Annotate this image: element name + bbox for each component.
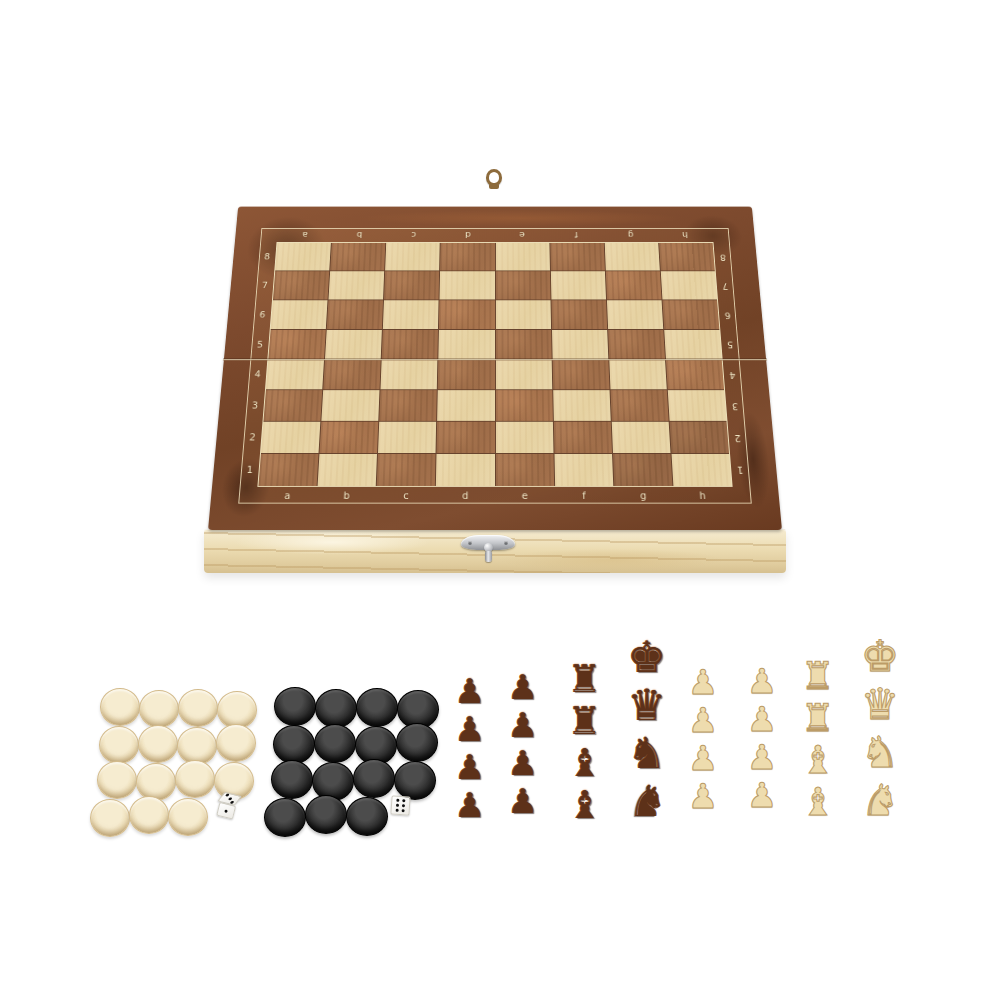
dark-pawn: ♟ — [508, 744, 538, 782]
white-checker — [139, 690, 179, 728]
square-h4 — [666, 360, 724, 390]
dark-piece-column-3: ♜♜♝♝ — [555, 658, 615, 826]
light-knight: ♞ — [861, 728, 900, 776]
board-grid — [257, 242, 732, 487]
dark-bishop: ♝ — [568, 742, 602, 784]
square-a4 — [266, 360, 324, 390]
board-face: abcdefgh abcdefgh 87654321 87654321 — [208, 207, 782, 530]
square-e8 — [495, 243, 549, 271]
light-pawn: ♟ — [688, 701, 718, 739]
square-a6 — [271, 300, 328, 329]
square-d8 — [440, 243, 494, 271]
die-2 — [390, 795, 410, 815]
square-e1 — [495, 454, 553, 486]
dark-pawn: ♟ — [455, 748, 485, 786]
black-checker — [394, 761, 436, 800]
dark-queen: ♛ — [628, 681, 667, 729]
square-f6 — [551, 300, 607, 329]
dark-pawn: ♟ — [508, 782, 538, 820]
dark-pawn: ♟ — [455, 786, 485, 824]
black-checker — [305, 795, 347, 834]
hanging-ring-icon — [483, 169, 505, 195]
clasp-screw-right — [504, 541, 508, 545]
light-rook: ♜ — [801, 655, 835, 697]
black-checker — [274, 687, 316, 726]
square-d1 — [436, 454, 494, 486]
light-piece-column-1: ♟♟♟♟ — [673, 663, 733, 815]
dark-knight: ♞ — [628, 729, 667, 777]
light-pawn: ♟ — [747, 662, 777, 700]
black-checker — [346, 797, 388, 836]
white-checker — [175, 760, 215, 798]
square-a7 — [273, 271, 329, 299]
square-h6 — [662, 300, 719, 329]
square-d2 — [437, 422, 495, 453]
square-b5 — [325, 330, 382, 359]
clasp-latch[interactable] — [461, 535, 515, 569]
square-g6 — [607, 300, 663, 329]
square-b4 — [323, 360, 381, 390]
square-a5 — [268, 330, 326, 359]
square-g7 — [606, 271, 662, 299]
white-checker — [168, 798, 208, 836]
white-checker — [90, 799, 130, 837]
square-b1 — [318, 454, 378, 486]
black-checker — [315, 689, 357, 728]
square-c3 — [379, 391, 437, 422]
light-pawn: ♟ — [747, 776, 777, 814]
square-g4 — [609, 360, 667, 390]
dark-piece-column-1: ♟♟♟♟ — [440, 672, 500, 824]
square-b6 — [327, 300, 383, 329]
clasp-screw-left — [468, 541, 472, 545]
square-c5 — [382, 330, 438, 359]
black-checker — [314, 724, 356, 763]
white-checker — [136, 763, 176, 801]
square-f8 — [550, 243, 605, 271]
square-d3 — [437, 391, 494, 422]
white-checker — [99, 726, 139, 764]
clasp-pin — [485, 551, 492, 562]
light-pawn: ♟ — [747, 700, 777, 738]
square-h2 — [670, 422, 729, 453]
square-d6 — [439, 300, 494, 329]
white-checker — [138, 725, 178, 763]
dark-pawn: ♟ — [455, 672, 485, 710]
square-f3 — [553, 391, 611, 422]
square-f7 — [551, 271, 606, 299]
die-1 — [216, 791, 240, 820]
square-b7 — [329, 271, 385, 299]
black-checker — [396, 723, 438, 762]
dark-rook: ♜ — [568, 700, 602, 742]
light-rook: ♜ — [801, 697, 835, 739]
light-pawn: ♟ — [688, 777, 718, 815]
square-e7 — [495, 271, 550, 299]
square-b3 — [321, 391, 379, 422]
black-checker — [271, 760, 313, 799]
fold-seam — [223, 358, 767, 361]
ring-mount — [489, 183, 499, 189]
dark-bishop: ♝ — [568, 784, 602, 826]
square-e3 — [495, 391, 552, 422]
square-c2 — [378, 422, 436, 453]
square-e6 — [495, 300, 550, 329]
square-a3 — [263, 391, 322, 422]
light-king: ♚ — [861, 632, 900, 680]
light-pawn: ♟ — [747, 738, 777, 776]
light-bishop: ♝ — [801, 781, 835, 823]
square-e5 — [495, 330, 551, 359]
square-a2 — [261, 422, 320, 453]
square-e4 — [495, 360, 551, 390]
square-h3 — [668, 391, 727, 422]
square-g2 — [612, 422, 671, 453]
black-checker — [353, 759, 395, 798]
square-g3 — [610, 391, 668, 422]
square-h1 — [671, 454, 731, 486]
square-g1 — [613, 454, 673, 486]
dark-knight: ♞ — [628, 777, 667, 825]
dark-piece-column-4: ♚♛♞♞ — [617, 633, 677, 825]
square-f4 — [552, 360, 609, 390]
light-piece-column-3: ♜♜♝♝ — [788, 655, 848, 823]
square-b2 — [320, 422, 379, 453]
square-h7 — [661, 271, 717, 299]
square-f2 — [553, 422, 611, 453]
white-checker — [97, 761, 137, 799]
white-checker — [100, 688, 140, 726]
square-d7 — [440, 271, 495, 299]
light-queen: ♛ — [861, 680, 900, 728]
white-checker — [129, 796, 169, 834]
black-checker — [264, 798, 306, 837]
square-c1 — [377, 454, 436, 486]
square-g5 — [608, 330, 665, 359]
dark-rook: ♜ — [568, 658, 602, 700]
square-h5 — [664, 330, 722, 359]
folding-chess-board: abcdefgh abcdefgh 87654321 87654321 — [208, 207, 782, 530]
light-piece-column-4: ♚♛♞♞ — [850, 632, 910, 824]
black-checker — [356, 688, 398, 727]
dark-pawn: ♟ — [455, 710, 485, 748]
dark-pawn: ♟ — [508, 706, 538, 744]
product-photo: abcdefgh abcdefgh 87654321 87654321 ♟♟♟♟… — [0, 0, 1002, 1002]
square-f5 — [552, 330, 608, 359]
square-d4 — [438, 360, 494, 390]
light-piece-column-2: ♟♟♟♟ — [732, 662, 792, 814]
black-checker — [273, 725, 315, 764]
square-f1 — [554, 454, 613, 486]
light-knight: ♞ — [861, 776, 900, 824]
light-pawn: ♟ — [688, 663, 718, 701]
square-g8 — [604, 243, 659, 271]
square-e2 — [495, 422, 553, 453]
dark-pawn: ♟ — [508, 668, 538, 706]
square-b8 — [330, 243, 385, 271]
light-pawn: ♟ — [688, 739, 718, 777]
dark-king: ♚ — [628, 633, 667, 681]
square-a8 — [275, 243, 331, 271]
square-c7 — [384, 271, 439, 299]
dark-piece-column-2: ♟♟♟♟ — [493, 668, 553, 820]
square-c4 — [381, 360, 438, 390]
white-checker — [178, 689, 218, 727]
square-d5 — [439, 330, 495, 359]
square-c8 — [385, 243, 440, 271]
square-h8 — [659, 243, 715, 271]
white-checker — [216, 724, 256, 762]
light-bishop: ♝ — [801, 739, 835, 781]
square-a1 — [258, 454, 318, 486]
square-c6 — [383, 300, 439, 329]
